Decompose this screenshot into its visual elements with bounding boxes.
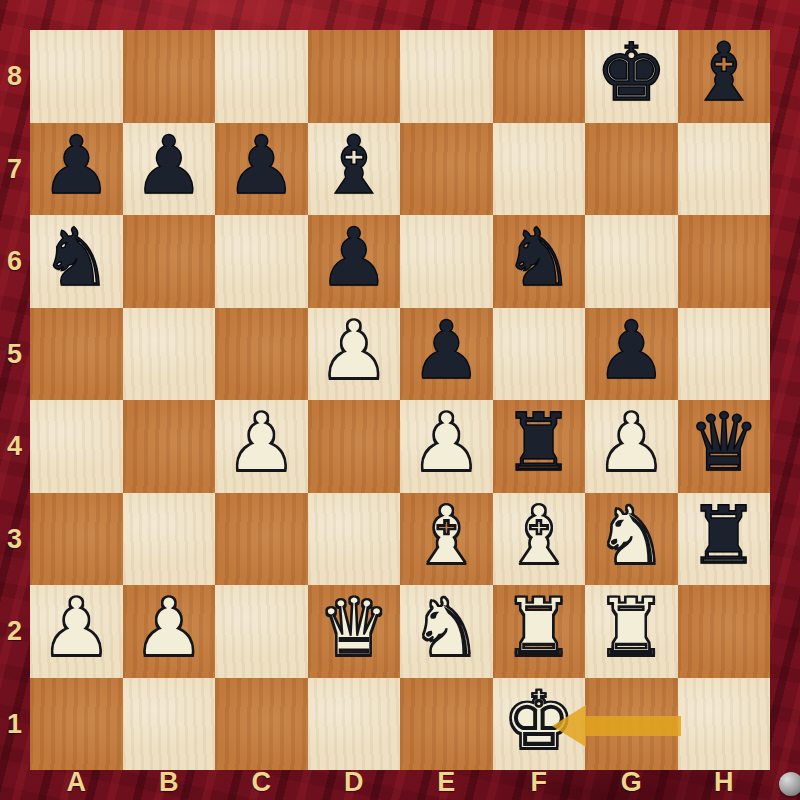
square-a4[interactable] bbox=[30, 400, 123, 493]
square-d8[interactable] bbox=[308, 30, 401, 123]
piece-white-pawn-c4[interactable]: ♟ bbox=[225, 403, 297, 483]
square-a8[interactable] bbox=[30, 30, 123, 123]
square-b2[interactable]: ♟ bbox=[123, 585, 216, 678]
square-h2[interactable] bbox=[678, 585, 771, 678]
square-a5[interactable] bbox=[30, 308, 123, 401]
piece-black-pawn-g5[interactable]: ♟ bbox=[595, 311, 667, 391]
piece-white-king-f1[interactable]: ♚ bbox=[503, 681, 575, 761]
file-label-h: H bbox=[678, 766, 771, 798]
square-b8[interactable] bbox=[123, 30, 216, 123]
decorative-ball bbox=[779, 772, 800, 796]
square-g8[interactable]: ♚ bbox=[585, 30, 678, 123]
square-f5[interactable] bbox=[493, 308, 586, 401]
square-f7[interactable] bbox=[493, 123, 586, 216]
square-h5[interactable] bbox=[678, 308, 771, 401]
square-g1[interactable] bbox=[585, 678, 678, 771]
piece-black-knight-a6[interactable]: ♞ bbox=[40, 218, 112, 298]
file-label-b: B bbox=[123, 766, 216, 798]
piece-white-knight-e2[interactable]: ♞ bbox=[410, 588, 482, 668]
square-c4[interactable]: ♟ bbox=[215, 400, 308, 493]
square-d1[interactable] bbox=[308, 678, 401, 771]
square-h6[interactable] bbox=[678, 215, 771, 308]
rank-label-2: 2 bbox=[0, 585, 29, 678]
rank-label-4: 4 bbox=[0, 400, 29, 493]
rank-label-8: 8 bbox=[0, 30, 29, 123]
chess-board: ♚♝♟♟♟♝♞♟♞♟♟♟♟♟♜♟♛♝♝♞♜♟♟♛♞♜♜♚ bbox=[30, 30, 770, 770]
piece-black-rook-f4[interactable]: ♜ bbox=[503, 403, 575, 483]
piece-white-rook-g2[interactable]: ♜ bbox=[595, 588, 667, 668]
square-g2[interactable]: ♜ bbox=[585, 585, 678, 678]
square-f6[interactable]: ♞ bbox=[493, 215, 586, 308]
square-h3[interactable]: ♜ bbox=[678, 493, 771, 586]
file-label-e: E bbox=[400, 766, 493, 798]
square-g4[interactable]: ♟ bbox=[585, 400, 678, 493]
square-a7[interactable]: ♟ bbox=[30, 123, 123, 216]
square-d5[interactable]: ♟ bbox=[308, 308, 401, 401]
square-f8[interactable] bbox=[493, 30, 586, 123]
piece-white-rook-f2[interactable]: ♜ bbox=[503, 588, 575, 668]
square-e8[interactable] bbox=[400, 30, 493, 123]
square-g5[interactable]: ♟ bbox=[585, 308, 678, 401]
square-a1[interactable] bbox=[30, 678, 123, 771]
square-f3[interactable]: ♝ bbox=[493, 493, 586, 586]
square-e7[interactable] bbox=[400, 123, 493, 216]
square-c7[interactable]: ♟ bbox=[215, 123, 308, 216]
piece-black-pawn-a7[interactable]: ♟ bbox=[40, 126, 112, 206]
rank-label-6: 6 bbox=[0, 215, 29, 308]
square-b1[interactable] bbox=[123, 678, 216, 771]
piece-black-pawn-b7[interactable]: ♟ bbox=[133, 126, 205, 206]
chess-diagram: ♚♝♟♟♟♝♞♟♞♟♟♟♟♟♜♟♛♝♝♞♜♟♟♛♞♜♜♚ 87654321ABC… bbox=[0, 0, 800, 800]
piece-white-pawn-d5[interactable]: ♟ bbox=[318, 311, 390, 391]
piece-black-pawn-c7[interactable]: ♟ bbox=[225, 126, 297, 206]
file-label-f: F bbox=[493, 766, 586, 798]
square-e3[interactable]: ♝ bbox=[400, 493, 493, 586]
square-c3[interactable] bbox=[215, 493, 308, 586]
square-d2[interactable]: ♛ bbox=[308, 585, 401, 678]
piece-white-pawn-g4[interactable]: ♟ bbox=[595, 403, 667, 483]
square-h4[interactable]: ♛ bbox=[678, 400, 771, 493]
piece-white-pawn-e4[interactable]: ♟ bbox=[410, 403, 482, 483]
square-f1[interactable]: ♚ bbox=[493, 678, 586, 771]
square-e5[interactable]: ♟ bbox=[400, 308, 493, 401]
rank-label-1: 1 bbox=[0, 678, 29, 771]
square-a6[interactable]: ♞ bbox=[30, 215, 123, 308]
square-g7[interactable] bbox=[585, 123, 678, 216]
square-d7[interactable]: ♝ bbox=[308, 123, 401, 216]
piece-white-queen-d2[interactable]: ♛ bbox=[318, 588, 390, 668]
square-d4[interactable] bbox=[308, 400, 401, 493]
piece-black-rook-h3[interactable]: ♜ bbox=[688, 496, 760, 576]
piece-white-pawn-a2[interactable]: ♟ bbox=[40, 588, 112, 668]
square-d6[interactable]: ♟ bbox=[308, 215, 401, 308]
square-f4[interactable]: ♜ bbox=[493, 400, 586, 493]
square-h1[interactable] bbox=[678, 678, 771, 771]
square-c1[interactable] bbox=[215, 678, 308, 771]
square-d3[interactable] bbox=[308, 493, 401, 586]
piece-black-pawn-e5[interactable]: ♟ bbox=[410, 311, 482, 391]
square-e2[interactable]: ♞ bbox=[400, 585, 493, 678]
square-c2[interactable] bbox=[215, 585, 308, 678]
square-a3[interactable] bbox=[30, 493, 123, 586]
piece-white-bishop-e3[interactable]: ♝ bbox=[410, 496, 482, 576]
file-label-a: A bbox=[30, 766, 123, 798]
file-label-g: G bbox=[585, 766, 678, 798]
piece-black-bishop-d7[interactable]: ♝ bbox=[318, 126, 390, 206]
piece-white-knight-g3[interactable]: ♞ bbox=[595, 496, 667, 576]
square-h8[interactable]: ♝ bbox=[678, 30, 771, 123]
piece-black-bishop-h8[interactable]: ♝ bbox=[688, 33, 760, 113]
piece-black-king-g8[interactable]: ♚ bbox=[595, 33, 667, 113]
rank-label-7: 7 bbox=[0, 123, 29, 216]
file-label-d: D bbox=[308, 766, 401, 798]
square-e1[interactable] bbox=[400, 678, 493, 771]
piece-white-bishop-f3[interactable]: ♝ bbox=[503, 496, 575, 576]
rank-label-5: 5 bbox=[0, 308, 29, 401]
square-b7[interactable]: ♟ bbox=[123, 123, 216, 216]
piece-black-pawn-d6[interactable]: ♟ bbox=[318, 218, 390, 298]
square-b4[interactable] bbox=[123, 400, 216, 493]
square-g6[interactable] bbox=[585, 215, 678, 308]
square-b5[interactable] bbox=[123, 308, 216, 401]
square-g3[interactable]: ♞ bbox=[585, 493, 678, 586]
rank-label-3: 3 bbox=[0, 493, 29, 586]
square-c5[interactable] bbox=[215, 308, 308, 401]
piece-black-knight-f6[interactable]: ♞ bbox=[503, 218, 575, 298]
square-c6[interactable] bbox=[215, 215, 308, 308]
square-b6[interactable] bbox=[123, 215, 216, 308]
square-a2[interactable]: ♟ bbox=[30, 585, 123, 678]
file-label-c: C bbox=[215, 766, 308, 798]
piece-black-queen-h4[interactable]: ♛ bbox=[688, 403, 760, 483]
square-e6[interactable] bbox=[400, 215, 493, 308]
square-e4[interactable]: ♟ bbox=[400, 400, 493, 493]
piece-white-pawn-b2[interactable]: ♟ bbox=[133, 588, 205, 668]
square-h7[interactable] bbox=[678, 123, 771, 216]
square-b3[interactable] bbox=[123, 493, 216, 586]
square-f2[interactable]: ♜ bbox=[493, 585, 586, 678]
square-c8[interactable] bbox=[215, 30, 308, 123]
